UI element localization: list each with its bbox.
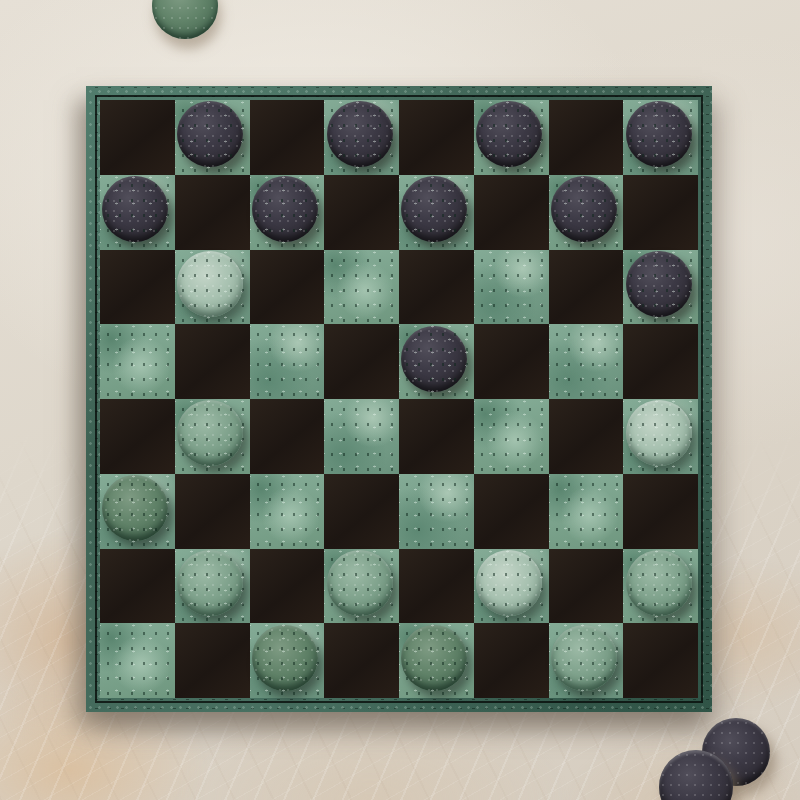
square-r8c1[interactable] [100, 623, 175, 698]
board-grid [100, 100, 698, 698]
square-r7c2[interactable] [175, 549, 250, 624]
square-r8c8[interactable] [623, 623, 698, 698]
checker-green[interactable] [551, 625, 617, 691]
square-r6c6[interactable] [474, 474, 549, 549]
square-r7c8[interactable] [623, 549, 698, 624]
square-r2c5[interactable] [399, 175, 474, 250]
checker-green[interactable] [177, 550, 243, 616]
square-r8c2[interactable] [175, 623, 250, 698]
square-r1c3[interactable] [250, 100, 325, 175]
checker-black[interactable] [476, 101, 542, 167]
square-r3c2[interactable] [175, 250, 250, 325]
square-r7c1[interactable] [100, 549, 175, 624]
square-r8c5[interactable] [399, 623, 474, 698]
square-r3c8[interactable] [623, 250, 698, 325]
square-r4c1[interactable] [100, 324, 175, 399]
square-r6c5[interactable] [399, 474, 474, 549]
square-r5c6[interactable] [474, 399, 549, 474]
square-r1c8[interactable] [623, 100, 698, 175]
square-r4c5[interactable] [399, 324, 474, 399]
checker-green[interactable] [177, 251, 243, 317]
checker-black[interactable] [177, 101, 243, 167]
square-r1c5[interactable] [399, 100, 474, 175]
square-r4c7[interactable] [549, 324, 624, 399]
square-r4c2[interactable] [175, 324, 250, 399]
square-r3c6[interactable] [474, 250, 549, 325]
square-r5c1[interactable] [100, 399, 175, 474]
square-r3c1[interactable] [100, 250, 175, 325]
square-r2c1[interactable] [100, 175, 175, 250]
checker-green[interactable] [102, 475, 168, 541]
square-r8c7[interactable] [549, 623, 624, 698]
square-r1c2[interactable] [175, 100, 250, 175]
square-r4c3[interactable] [250, 324, 325, 399]
square-r6c1[interactable] [100, 474, 175, 549]
square-r1c4[interactable] [324, 100, 399, 175]
square-r3c4[interactable] [324, 250, 399, 325]
square-r6c8[interactable] [623, 474, 698, 549]
square-r6c7[interactable] [549, 474, 624, 549]
square-r4c6[interactable] [474, 324, 549, 399]
square-r8c4[interactable] [324, 623, 399, 698]
checker-black[interactable] [327, 101, 393, 167]
checker-green[interactable] [177, 400, 243, 466]
square-r5c5[interactable] [399, 399, 474, 474]
square-r1c6[interactable] [474, 100, 549, 175]
checker-green[interactable] [252, 625, 318, 691]
square-r2c8[interactable] [623, 175, 698, 250]
square-r7c5[interactable] [399, 549, 474, 624]
checker-black[interactable] [626, 251, 692, 317]
square-r7c7[interactable] [549, 549, 624, 624]
square-r3c3[interactable] [250, 250, 325, 325]
square-r4c4[interactable] [324, 324, 399, 399]
square-r7c6[interactable] [474, 549, 549, 624]
checker-green[interactable] [476, 550, 542, 616]
checker-green[interactable] [327, 550, 393, 616]
square-r5c3[interactable] [250, 399, 325, 474]
square-r8c3[interactable] [250, 623, 325, 698]
square-r2c6[interactable] [474, 175, 549, 250]
square-r3c5[interactable] [399, 250, 474, 325]
square-r6c3[interactable] [250, 474, 325, 549]
square-r2c4[interactable] [324, 175, 399, 250]
checker-black[interactable] [626, 101, 692, 167]
square-r1c1[interactable] [100, 100, 175, 175]
checker-black[interactable] [401, 176, 467, 242]
square-r1c7[interactable] [549, 100, 624, 175]
square-r5c8[interactable] [623, 399, 698, 474]
square-r2c3[interactable] [250, 175, 325, 250]
square-r5c2[interactable] [175, 399, 250, 474]
square-r5c7[interactable] [549, 399, 624, 474]
checker-green[interactable] [626, 400, 692, 466]
square-r8c6[interactable] [474, 623, 549, 698]
square-r6c4[interactable] [324, 474, 399, 549]
square-r2c2[interactable] [175, 175, 250, 250]
square-r4c8[interactable] [623, 324, 698, 399]
square-r7c4[interactable] [324, 549, 399, 624]
checker-green[interactable] [401, 625, 467, 691]
checker-black[interactable] [252, 176, 318, 242]
square-r3c7[interactable] [549, 250, 624, 325]
checker-black[interactable] [401, 326, 467, 392]
checkers-board [86, 86, 712, 712]
square-r2c7[interactable] [549, 175, 624, 250]
checker-black[interactable] [102, 176, 168, 242]
checker-black[interactable] [551, 176, 617, 242]
square-r7c3[interactable] [250, 549, 325, 624]
checker-green[interactable] [626, 550, 692, 616]
square-r6c2[interactable] [175, 474, 250, 549]
square-r5c4[interactable] [324, 399, 399, 474]
